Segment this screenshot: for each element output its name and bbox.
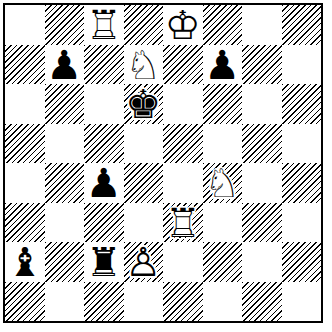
square-e8[interactable]: ♚♔	[163, 5, 203, 45]
square-b8[interactable]	[45, 5, 85, 45]
square-d1[interactable]	[124, 282, 164, 322]
square-f8[interactable]	[203, 5, 243, 45]
square-f2[interactable]	[203, 242, 243, 282]
square-c6[interactable]	[84, 84, 124, 124]
square-a8[interactable]	[5, 5, 45, 45]
square-f4[interactable]: ♞♘	[203, 163, 243, 203]
white-knight-f4[interactable]: ♞♘	[203, 163, 243, 203]
square-g6[interactable]	[242, 84, 282, 124]
square-g1[interactable]	[242, 282, 282, 322]
square-h1[interactable]	[282, 282, 322, 322]
square-f7[interactable]: ♟♟	[203, 45, 243, 85]
square-g3[interactable]	[242, 203, 282, 243]
square-e5[interactable]	[163, 124, 203, 164]
square-f1[interactable]	[203, 282, 243, 322]
square-b1[interactable]	[45, 282, 85, 322]
square-b3[interactable]	[45, 203, 85, 243]
square-g8[interactable]	[242, 5, 282, 45]
square-g2[interactable]	[242, 242, 282, 282]
square-c1[interactable]	[84, 282, 124, 322]
square-a6[interactable]	[5, 84, 45, 124]
square-f3[interactable]	[203, 203, 243, 243]
square-e4[interactable]	[163, 163, 203, 203]
square-a3[interactable]	[5, 203, 45, 243]
square-c3[interactable]	[84, 203, 124, 243]
square-d7[interactable]: ♞♘	[124, 45, 164, 85]
square-c8[interactable]: ♜♖	[84, 5, 124, 45]
square-b2[interactable]	[45, 242, 85, 282]
square-c4[interactable]: ♟♟	[84, 163, 124, 203]
square-d8[interactable]	[124, 5, 164, 45]
black-pawn-c4[interactable]: ♟♟	[84, 163, 124, 203]
square-d3[interactable]	[124, 203, 164, 243]
square-e3[interactable]: ♜♖	[163, 203, 203, 243]
square-a7[interactable]	[5, 45, 45, 85]
square-h3[interactable]	[282, 203, 322, 243]
piece-glyph: ♟	[86, 163, 122, 203]
white-rook-c8[interactable]: ♜♖	[84, 5, 124, 45]
piece-glyph: ♝	[7, 242, 43, 282]
square-h6[interactable]	[282, 84, 322, 124]
square-g7[interactable]	[242, 45, 282, 85]
square-d5[interactable]	[124, 124, 164, 164]
black-pawn-b7[interactable]: ♟♟	[45, 45, 85, 85]
black-pawn-f7[interactable]: ♟♟	[203, 45, 243, 85]
square-a1[interactable]	[5, 282, 45, 322]
square-d2[interactable]: ♟♙	[124, 242, 164, 282]
square-b5[interactable]	[45, 124, 85, 164]
diagram-canvas: ♜♖♚♔♟♟♞♘♟♟♚♚♟♟♞♘♜♖♝♝♜♜♟♙	[0, 0, 332, 332]
white-pawn-d2[interactable]: ♟♙	[124, 242, 164, 282]
square-h7[interactable]	[282, 45, 322, 85]
square-a2[interactable]: ♝♝	[5, 242, 45, 282]
square-a4[interactable]	[5, 163, 45, 203]
square-e6[interactable]	[163, 84, 203, 124]
white-king-e8[interactable]: ♚♔	[163, 5, 203, 45]
black-king-d6[interactable]: ♚♚	[124, 84, 164, 124]
piece-glyph: ♟	[204, 45, 240, 85]
square-c2[interactable]: ♜♜	[84, 242, 124, 282]
square-d6[interactable]: ♚♚	[124, 84, 164, 124]
piece-glyph: ♘	[125, 45, 161, 85]
square-b7[interactable]: ♟♟	[45, 45, 85, 85]
piece-glyph: ♖	[165, 203, 201, 243]
piece-glyph: ♖	[86, 5, 122, 45]
black-rook-c2[interactable]: ♜♜	[84, 242, 124, 282]
square-g5[interactable]	[242, 124, 282, 164]
chess-board: ♜♖♚♔♟♟♞♘♟♟♚♚♟♟♞♘♜♖♝♝♜♜♟♙	[3, 3, 323, 323]
piece-glyph: ♜	[86, 242, 122, 282]
piece-glyph: ♚	[125, 84, 161, 124]
square-c5[interactable]	[84, 124, 124, 164]
piece-glyph: ♙	[125, 242, 161, 282]
square-h8[interactable]	[282, 5, 322, 45]
black-bishop-a2[interactable]: ♝♝	[5, 242, 45, 282]
square-e2[interactable]	[163, 242, 203, 282]
white-knight-d7[interactable]: ♞♘	[124, 45, 164, 85]
piece-glyph: ♘	[204, 163, 240, 203]
square-h2[interactable]	[282, 242, 322, 282]
square-f5[interactable]	[203, 124, 243, 164]
white-rook-e3[interactable]: ♜♖	[163, 203, 203, 243]
square-h4[interactable]	[282, 163, 322, 203]
square-b6[interactable]	[45, 84, 85, 124]
square-f6[interactable]	[203, 84, 243, 124]
square-e1[interactable]	[163, 282, 203, 322]
piece-glyph: ♟	[46, 45, 82, 85]
square-h5[interactable]	[282, 124, 322, 164]
square-c7[interactable]	[84, 45, 124, 85]
square-g4[interactable]	[242, 163, 282, 203]
square-d4[interactable]	[124, 163, 164, 203]
square-b4[interactable]	[45, 163, 85, 203]
square-e7[interactable]	[163, 45, 203, 85]
piece-glyph: ♔	[165, 5, 201, 45]
square-a5[interactable]	[5, 124, 45, 164]
